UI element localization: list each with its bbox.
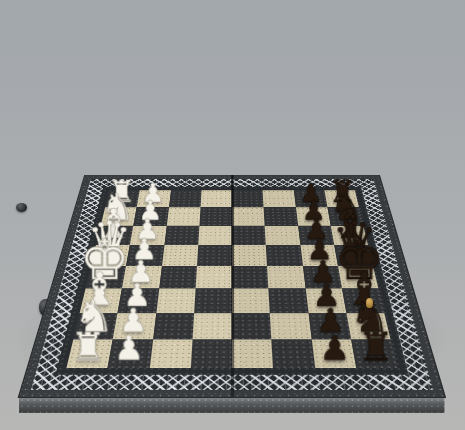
square-f4 [194, 289, 232, 313]
square-c4 [198, 226, 232, 246]
square-h8: ♜ [351, 339, 397, 368]
white-pawn: ♟ [114, 333, 144, 365]
square-a3 [169, 190, 202, 207]
white-rook: ♜ [70, 328, 106, 366]
square-e4 [195, 266, 232, 289]
square-d4 [197, 245, 232, 266]
perspective-scene: ♜♟♟♜♞♟♟♞♝♟♟♝♛♟♟♛♚♟♟♚♝♟♟♝♞♟♟♞♜♟♟♜ [0, 0, 465, 430]
square-c3 [164, 226, 199, 246]
brass-clasp [366, 298, 373, 308]
square-d3 [162, 245, 199, 266]
chess-board: ♜♟♟♜♞♟♟♞♝♟♟♝♛♟♟♛♚♟♟♚♝♟♟♝♞♟♟♞♜♟♟♜ [19, 175, 445, 397]
board-front-edge [19, 397, 445, 413]
square-a4 [200, 190, 232, 207]
square-e3 [159, 266, 197, 289]
square-f3 [156, 289, 196, 313]
black-pawn: ♟ [320, 333, 350, 365]
square-b3 [166, 207, 200, 225]
photo-background: ♜♟♟♜♞♟♟♞♝♟♟♝♛♟♟♛♚♟♟♚♝♟♟♝♞♟♟♞♜♟♟♜ [0, 0, 465, 430]
fold-seam [230, 175, 234, 397]
square-g3 [153, 313, 194, 339]
square-g4 [192, 313, 232, 339]
square-b4 [199, 207, 232, 225]
black-rook: ♜ [358, 328, 394, 366]
